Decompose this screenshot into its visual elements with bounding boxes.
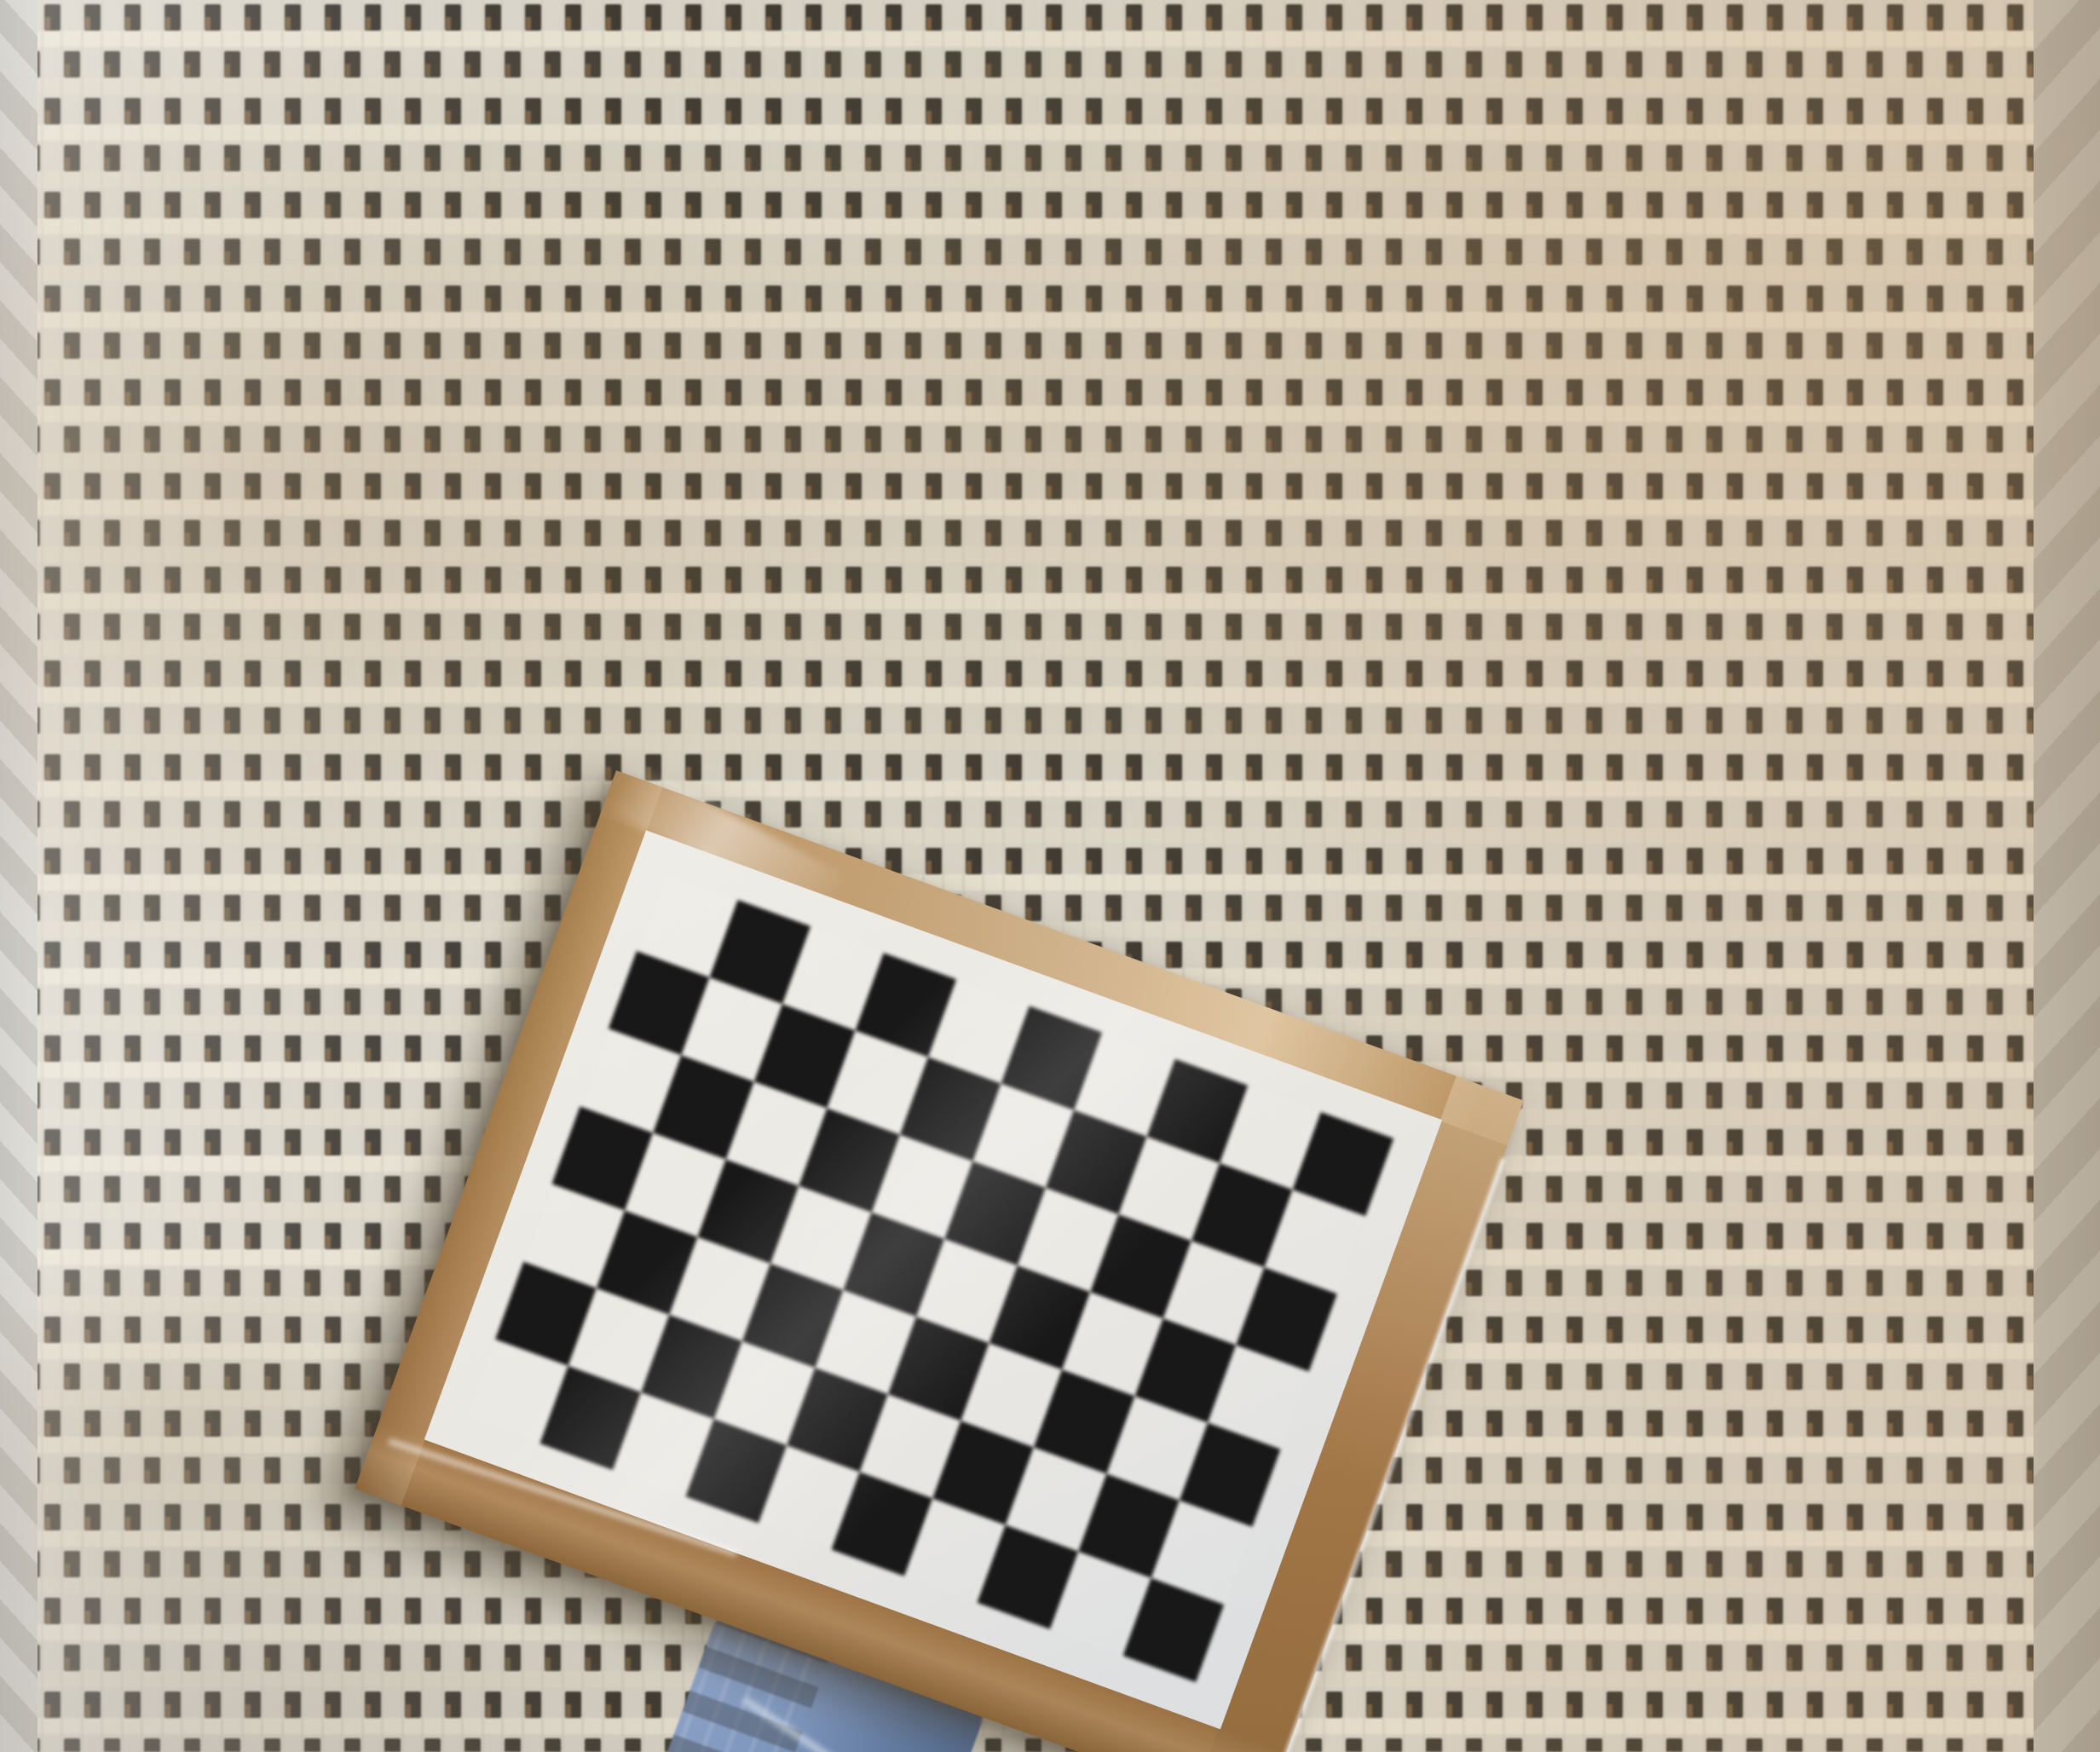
belt-selvage-right-edge bbox=[2034, 0, 2100, 1752]
belt-selvage-left-edge bbox=[0, 0, 37, 1752]
photo-scene bbox=[0, 0, 2100, 1752]
